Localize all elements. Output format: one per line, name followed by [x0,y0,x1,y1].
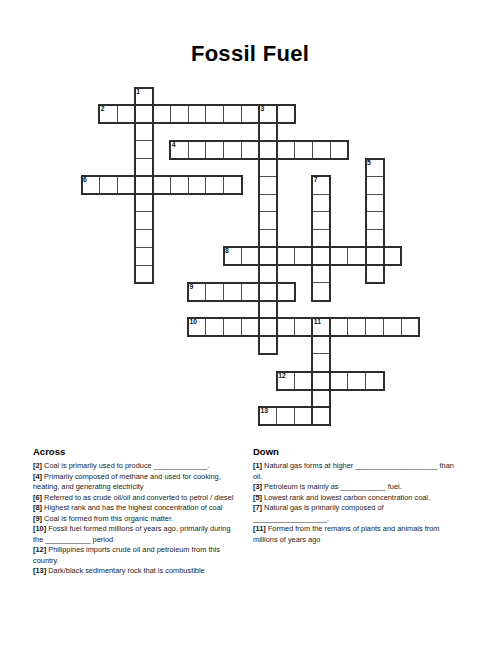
clue-number: [12] [33,545,48,554]
grid-cell[interactable] [330,140,349,159]
grid-cell[interactable] [259,336,278,355]
grid-cell[interactable] [276,105,295,124]
clue-number: [10] [33,524,48,533]
clue-number: [4] [33,472,44,481]
grid-cell[interactable] [170,105,189,124]
grid-cell[interactable] [365,176,384,195]
grid-cell[interactable] [276,140,295,159]
grid-cell[interactable] [259,229,278,248]
grid-cell[interactable] [205,176,224,195]
grid-cell[interactable] [330,318,349,337]
grid-cell[interactable] [312,229,331,248]
grid-cell[interactable] [117,105,136,124]
clue-number: [11] [253,524,268,533]
grid-cell[interactable] [276,247,295,266]
across-header: Across [33,446,253,457]
grid-cell[interactable] [134,265,153,284]
clue-item: [9] Coal is formed from this organic mat… [33,514,253,525]
grid-cell[interactable] [205,140,224,159]
grid-cell[interactable] [365,318,384,337]
grid-cell[interactable] [259,105,278,124]
grid-cell[interactable] [347,371,366,390]
grid-cell[interactable] [365,265,384,284]
grid-cell[interactable] [223,318,242,337]
grid-cell[interactable] [134,229,153,248]
grid-cell[interactable] [312,211,331,230]
clue-text: Philippines imports crude oil and petrol… [33,545,220,565]
grid-cell[interactable] [365,371,384,390]
grid-cell[interactable] [241,318,260,337]
grid-cell[interactable] [312,140,331,159]
clue-item: [4] Primarily composed of methane and us… [33,472,253,493]
grid-cell[interactable] [294,140,313,159]
clue-item: [11] Formed from the remains of plants a… [253,524,473,545]
grid-cell[interactable] [312,353,331,372]
grid-cell[interactable] [312,176,331,195]
grid-cell[interactable] [365,158,384,177]
grid-cell[interactable] [170,176,189,195]
clue-number: [13] [33,566,48,575]
clue-item: [3] Petroleum is mainly as ___________ f… [253,482,473,493]
grid-cell[interactable] [205,318,224,337]
grid-cell[interactable] [188,318,207,337]
grid-cell[interactable] [347,318,366,337]
grid-cell[interactable] [241,247,260,266]
down-clue-list: [1] Natural gas forms at higher ________… [253,461,473,545]
grid-cell[interactable] [294,407,313,426]
clue-number: [7] [253,503,264,512]
grid-cell[interactable] [223,282,242,301]
clue-number: [6] [33,493,44,502]
clue-text: Lowest rank and lowest carbon concentrat… [264,493,430,502]
grid-cell[interactable] [276,318,295,337]
grid-cell[interactable] [99,176,118,195]
grid-cell[interactable] [259,123,278,142]
grid-cell[interactable] [134,211,153,230]
clue-number: [8] [33,503,44,512]
grid-cell[interactable] [223,247,242,266]
grid-cell[interactable] [365,229,384,248]
grid-cell[interactable] [312,389,331,408]
grid-cell[interactable] [259,247,278,266]
grid-cell[interactable] [347,247,366,266]
clue-item: [6] Referred to as crude oil/oil and con… [33,493,253,504]
grid-cell[interactable] [117,176,136,195]
grid-cell[interactable] [312,407,331,426]
grid-cell[interactable] [259,211,278,230]
grid-cell[interactable] [312,318,331,337]
grid-cell[interactable] [205,105,224,124]
clue-number: [1] [253,461,264,470]
down-clues-section: Down [1] Natural gas forms at higher ___… [253,446,473,545]
grid-cell[interactable] [188,105,207,124]
grid-cell[interactable] [365,211,384,230]
clue-number: [5] [253,493,264,502]
clue-item: [7] Natural gas is primarily composed of… [253,503,473,524]
grid-cell[interactable] [312,371,331,390]
grid-cell[interactable] [223,140,242,159]
grid-cell[interactable] [276,407,295,426]
grid-cell[interactable] [312,336,331,355]
clue-number: [2] [33,461,44,470]
clue-text: Natural gas forms at higher ____________… [253,461,454,481]
grid-cell[interactable] [312,194,331,213]
clue-text: Coal is primarily used to produce ______… [44,461,209,470]
grid-cell[interactable] [294,318,313,337]
clue-text: Referred to as crude oil/oil and convert… [44,493,233,502]
grid-cell[interactable] [365,247,384,266]
grid-cell[interactable] [294,247,313,266]
clue-text: Fossil fuel formed millions of years ago… [33,524,231,544]
grid-cell[interactable] [330,371,349,390]
puzzle-title: Fossil Fuel [0,41,500,67]
clue-item: [10] Fossil fuel formed millions of year… [33,524,253,545]
grid-cell[interactable] [134,247,153,266]
clue-item: [8] Highest rank and has the highest con… [33,503,253,514]
grid-cell[interactable] [259,194,278,213]
grid-cell[interactable] [134,176,153,195]
grid-cell[interactable] [241,105,260,124]
clue-item: [12] Philippines imports crude oil and p… [33,545,253,566]
grid-cell[interactable] [188,282,207,301]
grid-cell[interactable] [99,105,118,124]
grid-cell[interactable] [188,140,207,159]
clue-item: [1] Natural gas forms at higher ________… [253,461,473,482]
grid-cell[interactable] [259,300,278,319]
grid-cell[interactable] [312,265,331,284]
grid-cell[interactable] [330,247,349,266]
grid-cell[interactable] [259,140,278,159]
grid-cell[interactable] [134,123,153,142]
clue-item: [13] Dark/black sedimentary rock that is… [33,566,253,577]
clue-text: Dark/black sedimentary rock that is comb… [48,566,205,575]
grid-cell[interactable] [170,140,189,159]
across-clue-list: [2] Coal is primarily used to produce __… [33,461,253,577]
grid-cell[interactable] [259,176,278,195]
clue-text: Formed from the remains of plants and an… [253,524,440,544]
grid-cell[interactable] [223,105,242,124]
grid-cell[interactable] [134,194,153,213]
clue-item: [2] Coal is primarily used to produce __… [33,461,253,472]
across-clues-section: Across [2] Coal is primarily used to pro… [33,446,253,577]
grid-cell[interactable] [294,371,313,390]
grid-cell[interactable] [259,318,278,337]
clue-text: Petroleum is mainly as ___________ fuel. [264,482,402,491]
grid-cell[interactable] [276,371,295,390]
clue-item: [5] Lowest rank and lowest carbon concen… [253,493,473,504]
grid-cell[interactable] [188,176,207,195]
grid-cell[interactable] [259,265,278,284]
grid-cell[interactable] [134,158,153,177]
clue-number: [3] [253,482,264,491]
clue-text: Coal is formed from this organic matter. [44,514,173,523]
grid-cell[interactable] [223,176,242,195]
grid-cell[interactable] [205,282,224,301]
clue-text: Natural gas is primarily composed of ___… [253,503,384,523]
grid-cell[interactable] [259,158,278,177]
grid-cell[interactable] [312,247,331,266]
grid-cell[interactable] [134,105,153,124]
crossword-page: { "game": "crossword", "title": "Fossil … [0,0,500,647]
grid-cell[interactable] [401,318,420,337]
grid-cell[interactable] [383,318,402,337]
grid-cell[interactable] [259,282,278,301]
grid-cell[interactable] [259,407,278,426]
grid-cell[interactable] [365,194,384,213]
grid-cell[interactable] [134,140,153,159]
grid-cell[interactable] [383,247,402,266]
grid-cell[interactable] [81,176,100,195]
grid-cell[interactable] [241,140,260,159]
clue-text: Highest rank and has the highest concent… [44,503,222,512]
grid-cell[interactable] [152,105,171,124]
grid-cell[interactable] [241,282,260,301]
grid-cell[interactable] [134,87,153,106]
grid-cell[interactable] [276,282,295,301]
clue-text: Primarily composed of methane and used f… [33,472,221,492]
down-header: Down [253,446,473,457]
crossword-grid: 12345678910111213 [81,87,419,425]
grid-cell[interactable] [152,176,171,195]
grid-cell[interactable] [312,282,331,301]
clue-number: [9] [33,514,44,523]
